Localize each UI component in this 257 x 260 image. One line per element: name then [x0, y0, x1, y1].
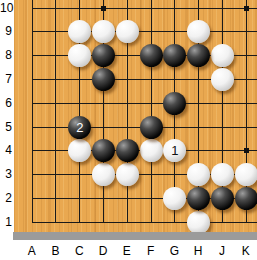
grid-line-col-F [151, 0, 152, 223]
col-label-B: B [48, 244, 62, 258]
white-stone-D9[interactable] [92, 20, 115, 43]
star-point-D10 [101, 6, 106, 11]
black-stone-J2[interactable] [211, 187, 234, 210]
white-stone-J7[interactable] [211, 68, 234, 91]
white-stone-D3[interactable] [92, 163, 115, 186]
white-stone-J8[interactable] [211, 44, 234, 67]
black-stone-H8[interactable] [187, 44, 210, 67]
white-stone-J3[interactable] [211, 163, 234, 186]
row-label-6: 6 [0, 96, 12, 110]
white-stone-F4[interactable] [140, 139, 163, 162]
white-stone-G4[interactable]: 1 [163, 139, 186, 162]
col-label-C: C [72, 244, 86, 258]
black-stone-F5[interactable] [140, 116, 163, 139]
col-label-E: E [120, 244, 134, 258]
white-stone-K3[interactable] [235, 163, 257, 186]
white-stone-C9[interactable] [68, 20, 91, 43]
grid-line-col-B [55, 0, 56, 223]
star-point-K10 [244, 6, 249, 11]
white-stone-G2[interactable] [163, 187, 186, 210]
row-label-1: 1 [0, 215, 12, 229]
black-stone-F8[interactable] [140, 44, 163, 67]
black-stone-E4[interactable] [116, 139, 139, 162]
col-label-A: A [25, 244, 39, 258]
black-stone-G6[interactable] [163, 92, 186, 115]
black-stone-G8[interactable] [163, 44, 186, 67]
move-number-label: 2 [76, 121, 83, 134]
row-label-10: 10 [0, 1, 12, 15]
col-label-F: F [144, 244, 158, 258]
black-stone-H2[interactable] [187, 187, 210, 210]
white-stone-C4[interactable] [68, 139, 91, 162]
move-number-label: 1 [171, 144, 178, 157]
black-stone-K2[interactable] [235, 187, 257, 210]
row-label-5: 5 [0, 120, 12, 134]
grid-line-row-9 [32, 31, 257, 32]
row-label-9: 9 [0, 24, 12, 38]
grid-line-col-A [32, 0, 33, 223]
grid-line-row-10 [32, 8, 257, 9]
white-stone-H1[interactable] [187, 211, 210, 234]
row-label-2: 2 [0, 191, 12, 205]
row-label-3: 3 [0, 167, 12, 181]
grid-line-row-6 [32, 103, 257, 104]
row-label-7: 7 [0, 72, 12, 86]
go-board[interactable]: 12 [14, 0, 257, 232]
col-label-G: G [167, 244, 181, 258]
col-label-H: H [191, 244, 205, 258]
grid-line-row-1 [32, 222, 257, 223]
white-stone-C8[interactable] [68, 44, 91, 67]
go-diagram: 12 10987654321 ABCDEFGHJK [0, 0, 257, 260]
white-stone-E3[interactable] [116, 163, 139, 186]
col-label-D: D [96, 244, 110, 258]
board-edge-shadow [13, 232, 257, 240]
white-stone-E9[interactable] [116, 20, 139, 43]
black-stone-C5[interactable]: 2 [68, 116, 91, 139]
black-stone-D8[interactable] [92, 44, 115, 67]
white-stone-H3[interactable] [187, 163, 210, 186]
black-stone-D7[interactable] [92, 68, 115, 91]
col-label-J: J [215, 244, 229, 258]
star-point-K4 [244, 148, 249, 153]
row-label-8: 8 [0, 48, 12, 62]
col-label-K: K [239, 244, 253, 258]
row-label-4: 4 [0, 143, 12, 157]
black-stone-D4[interactable] [92, 139, 115, 162]
white-stone-H9[interactable] [187, 20, 210, 43]
